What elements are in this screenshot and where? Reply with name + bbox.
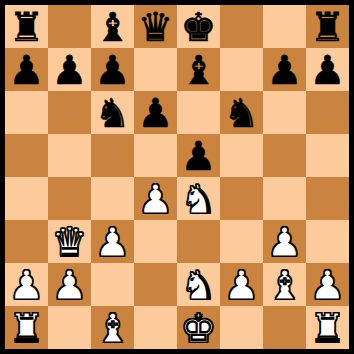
white-bishop: ♝ <box>267 265 303 305</box>
square-e4[interactable]: ♞ <box>177 177 220 220</box>
square-h3[interactable] <box>306 220 349 263</box>
square-d5[interactable] <box>134 134 177 177</box>
square-a7[interactable]: ♟ <box>5 48 48 91</box>
square-g2[interactable]: ♝ <box>263 263 306 306</box>
square-g8[interactable] <box>263 5 306 48</box>
square-c8[interactable]: ♝ <box>91 5 134 48</box>
black-king: ♚ <box>181 7 217 47</box>
square-f1[interactable] <box>220 306 263 349</box>
square-d7[interactable] <box>134 48 177 91</box>
square-c6[interactable]: ♞ <box>91 91 134 134</box>
white-rook: ♜ <box>310 308 346 348</box>
square-c1[interactable]: ♝ <box>91 306 134 349</box>
white-pawn: ♟ <box>95 222 131 262</box>
square-c4[interactable] <box>91 177 134 220</box>
black-knight: ♞ <box>224 93 260 133</box>
black-pawn: ♟ <box>181 136 217 176</box>
white-pawn: ♟ <box>138 179 174 219</box>
square-a2[interactable]: ♟ <box>5 263 48 306</box>
white-rook: ♜ <box>9 308 45 348</box>
white-pawn: ♟ <box>52 265 88 305</box>
black-bishop: ♝ <box>95 7 131 47</box>
chess-board: ♜♝♛♚♜♟♟♟♝♟♟♞♟♞♟♟♞♛♟♟♟♟♞♟♝♟♜♝♚♜ <box>5 5 349 349</box>
square-d8[interactable]: ♛ <box>134 5 177 48</box>
square-f8[interactable] <box>220 5 263 48</box>
white-pawn: ♟ <box>224 265 260 305</box>
square-a6[interactable] <box>5 91 48 134</box>
square-b8[interactable] <box>48 5 91 48</box>
square-b7[interactable]: ♟ <box>48 48 91 91</box>
square-b1[interactable] <box>48 306 91 349</box>
white-pawn: ♟ <box>267 222 303 262</box>
square-g5[interactable] <box>263 134 306 177</box>
square-e5[interactable]: ♟ <box>177 134 220 177</box>
white-king: ♚ <box>181 308 217 348</box>
square-h6[interactable] <box>306 91 349 134</box>
square-d1[interactable] <box>134 306 177 349</box>
white-bishop: ♝ <box>95 308 131 348</box>
black-rook: ♜ <box>9 7 45 47</box>
square-c3[interactable]: ♟ <box>91 220 134 263</box>
white-queen: ♛ <box>52 222 88 262</box>
square-g7[interactable]: ♟ <box>263 48 306 91</box>
square-e8[interactable]: ♚ <box>177 5 220 48</box>
square-h2[interactable]: ♟ <box>306 263 349 306</box>
square-f6[interactable]: ♞ <box>220 91 263 134</box>
square-c7[interactable]: ♟ <box>91 48 134 91</box>
square-b6[interactable] <box>48 91 91 134</box>
white-pawn: ♟ <box>310 265 346 305</box>
square-c5[interactable] <box>91 134 134 177</box>
square-e3[interactable] <box>177 220 220 263</box>
square-b3[interactable]: ♛ <box>48 220 91 263</box>
square-e6[interactable] <box>177 91 220 134</box>
square-h8[interactable]: ♜ <box>306 5 349 48</box>
square-d3[interactable] <box>134 220 177 263</box>
black-pawn: ♟ <box>95 50 131 90</box>
chess-board-frame: ♜♝♛♚♜♟♟♟♝♟♟♞♟♞♟♟♞♛♟♟♟♟♞♟♝♟♜♝♚♜ <box>0 0 354 354</box>
square-a3[interactable] <box>5 220 48 263</box>
square-e2[interactable]: ♞ <box>177 263 220 306</box>
black-rook: ♜ <box>310 7 346 47</box>
black-pawn: ♟ <box>310 50 346 90</box>
white-knight: ♞ <box>181 179 217 219</box>
square-c2[interactable] <box>91 263 134 306</box>
black-bishop: ♝ <box>181 50 217 90</box>
square-d4[interactable]: ♟ <box>134 177 177 220</box>
square-h1[interactable]: ♜ <box>306 306 349 349</box>
square-d2[interactable] <box>134 263 177 306</box>
square-e7[interactable]: ♝ <box>177 48 220 91</box>
white-pawn: ♟ <box>9 265 45 305</box>
square-g1[interactable] <box>263 306 306 349</box>
square-f3[interactable] <box>220 220 263 263</box>
square-h5[interactable] <box>306 134 349 177</box>
square-f2[interactable]: ♟ <box>220 263 263 306</box>
white-knight: ♞ <box>181 265 217 305</box>
square-b4[interactable] <box>48 177 91 220</box>
square-h4[interactable] <box>306 177 349 220</box>
square-g4[interactable] <box>263 177 306 220</box>
square-a5[interactable] <box>5 134 48 177</box>
square-f4[interactable] <box>220 177 263 220</box>
square-f5[interactable] <box>220 134 263 177</box>
square-d6[interactable]: ♟ <box>134 91 177 134</box>
square-a4[interactable] <box>5 177 48 220</box>
square-g3[interactable]: ♟ <box>263 220 306 263</box>
square-g6[interactable] <box>263 91 306 134</box>
square-a1[interactable]: ♜ <box>5 306 48 349</box>
black-knight: ♞ <box>95 93 131 133</box>
black-pawn: ♟ <box>52 50 88 90</box>
black-pawn: ♟ <box>138 93 174 133</box>
square-h7[interactable]: ♟ <box>306 48 349 91</box>
black-pawn: ♟ <box>267 50 303 90</box>
square-b2[interactable]: ♟ <box>48 263 91 306</box>
square-e1[interactable]: ♚ <box>177 306 220 349</box>
square-b5[interactable] <box>48 134 91 177</box>
black-pawn: ♟ <box>9 50 45 90</box>
square-f7[interactable] <box>220 48 263 91</box>
square-a8[interactable]: ♜ <box>5 5 48 48</box>
black-queen: ♛ <box>138 7 174 47</box>
